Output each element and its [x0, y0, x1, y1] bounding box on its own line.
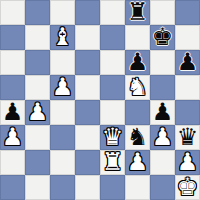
- square-h6[interactable]: ♟: [175, 50, 200, 75]
- square-h8[interactable]: [175, 0, 200, 25]
- square-e1[interactable]: [100, 175, 125, 200]
- square-h2[interactable]: ♟: [175, 150, 200, 175]
- white-pawn[interactable]: ♟: [52, 75, 74, 100]
- white-pawn[interactable]: ♟: [27, 100, 49, 125]
- square-g1[interactable]: [150, 175, 175, 200]
- square-f3[interactable]: ♞: [125, 125, 150, 150]
- square-h4[interactable]: [175, 100, 200, 125]
- square-d1[interactable]: [75, 175, 100, 200]
- square-f5[interactable]: ♞: [125, 75, 150, 100]
- square-f4[interactable]: [125, 100, 150, 125]
- square-d7[interactable]: [75, 25, 100, 50]
- black-queen[interactable]: ♛: [177, 125, 199, 150]
- square-c3[interactable]: [50, 125, 75, 150]
- square-f6[interactable]: ♟: [125, 50, 150, 75]
- square-a7[interactable]: [0, 25, 25, 50]
- black-pawn[interactable]: ♟: [152, 100, 174, 125]
- square-d4[interactable]: [75, 100, 100, 125]
- square-b2[interactable]: [25, 150, 50, 175]
- square-f8[interactable]: ♜: [125, 0, 150, 25]
- square-a1[interactable]: [0, 175, 25, 200]
- square-e6[interactable]: [100, 50, 125, 75]
- square-c8[interactable]: [50, 0, 75, 25]
- chess-board: ♜♝♚♟♟♟♞♟♟♟♟♛♞♟♛♜♟♟♚: [0, 0, 200, 200]
- square-b7[interactable]: [25, 25, 50, 50]
- square-b4[interactable]: ♟: [25, 100, 50, 125]
- square-d8[interactable]: [75, 0, 100, 25]
- square-d2[interactable]: [75, 150, 100, 175]
- square-b3[interactable]: [25, 125, 50, 150]
- square-d3[interactable]: [75, 125, 100, 150]
- square-c5[interactable]: ♟: [50, 75, 75, 100]
- white-rook[interactable]: ♜: [102, 150, 124, 175]
- square-c7[interactable]: ♝: [50, 25, 75, 50]
- square-f2[interactable]: ♟: [125, 150, 150, 175]
- square-a8[interactable]: [0, 0, 25, 25]
- white-pawn[interactable]: ♟: [177, 150, 199, 175]
- white-pawn[interactable]: ♟: [127, 150, 149, 175]
- black-knight[interactable]: ♞: [127, 125, 149, 150]
- square-e3[interactable]: ♛: [100, 125, 125, 150]
- square-g4[interactable]: ♟: [150, 100, 175, 125]
- square-g5[interactable]: [150, 75, 175, 100]
- square-a6[interactable]: [0, 50, 25, 75]
- square-g7[interactable]: ♚: [150, 25, 175, 50]
- square-a5[interactable]: [0, 75, 25, 100]
- square-g3[interactable]: ♟: [150, 125, 175, 150]
- square-d6[interactable]: [75, 50, 100, 75]
- square-b8[interactable]: [25, 0, 50, 25]
- square-h5[interactable]: [175, 75, 200, 100]
- square-a4[interactable]: ♟: [0, 100, 25, 125]
- white-bishop[interactable]: ♝: [52, 25, 74, 50]
- square-h7[interactable]: [175, 25, 200, 50]
- square-e8[interactable]: [100, 0, 125, 25]
- square-g8[interactable]: [150, 0, 175, 25]
- white-pawn[interactable]: ♟: [152, 125, 174, 150]
- black-rook[interactable]: ♜: [127, 0, 149, 25]
- black-pawn[interactable]: ♟: [127, 50, 149, 75]
- square-c2[interactable]: [50, 150, 75, 175]
- square-f1[interactable]: [125, 175, 150, 200]
- black-pawn[interactable]: ♟: [2, 100, 24, 125]
- square-c4[interactable]: [50, 100, 75, 125]
- square-g6[interactable]: [150, 50, 175, 75]
- white-king[interactable]: ♚: [177, 175, 199, 200]
- black-pawn[interactable]: ♟: [177, 50, 199, 75]
- square-b5[interactable]: [25, 75, 50, 100]
- square-b6[interactable]: [25, 50, 50, 75]
- square-h1[interactable]: ♚: [175, 175, 200, 200]
- black-king[interactable]: ♚: [152, 25, 174, 50]
- white-pawn[interactable]: ♟: [2, 125, 24, 150]
- square-c6[interactable]: [50, 50, 75, 75]
- square-c1[interactable]: [50, 175, 75, 200]
- square-a2[interactable]: [0, 150, 25, 175]
- square-d5[interactable]: [75, 75, 100, 100]
- square-e7[interactable]: [100, 25, 125, 50]
- square-g2[interactable]: [150, 150, 175, 175]
- square-h3[interactable]: ♛: [175, 125, 200, 150]
- square-e4[interactable]: [100, 100, 125, 125]
- white-knight[interactable]: ♞: [127, 75, 149, 100]
- white-queen[interactable]: ♛: [102, 125, 124, 150]
- square-e2[interactable]: ♜: [100, 150, 125, 175]
- square-f7[interactable]: [125, 25, 150, 50]
- square-e5[interactable]: [100, 75, 125, 100]
- square-b1[interactable]: [25, 175, 50, 200]
- square-a3[interactable]: ♟: [0, 125, 25, 150]
